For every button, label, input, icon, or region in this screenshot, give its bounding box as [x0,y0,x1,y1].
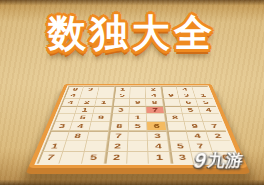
cell-r8c7[interactable]: 5 [169,141,192,152]
cell-r4c4[interactable]: 3 [111,106,129,114]
cell-r5c5[interactable]: 1 [129,114,148,122]
cell-r4c7[interactable] [164,106,183,114]
cell-r7c2[interactable]: 8 [67,131,90,141]
cell-r8c2[interactable] [63,141,87,152]
cell-r2c3[interactable] [97,92,114,99]
cell-r3c6[interactable]: 8 [146,99,164,106]
cell-r6c3[interactable] [89,122,110,131]
cell-r3c2[interactable]: 2 [78,99,97,106]
cell-r9c9[interactable]: 6 [213,152,239,164]
cell-r6c7[interactable] [166,122,187,131]
cell-r9c3[interactable]: 5 [82,152,106,164]
cell-r7c4[interactable]: 7 [107,131,128,141]
cell-r3c5[interactable]: 9 [129,99,146,106]
cell-r3c4[interactable] [112,99,130,106]
app-background: 数独大全 83124454931421986513754591834856978… [0,0,264,185]
cell-r8c4[interactable]: 2 [106,141,128,152]
cell-r4c6[interactable]: 7 [147,106,165,114]
cell-r2c7[interactable]: 9 [162,92,179,99]
cell-r4c2[interactable]: 1 [75,106,95,114]
cell-r4c5[interactable] [129,106,147,114]
cell-r5c7[interactable]: 8 [165,114,185,122]
cell-r9c6[interactable]: 1 [149,152,172,164]
cell-r5c9[interactable] [201,114,222,122]
cell-r3c9[interactable]: 5 [196,99,215,106]
cell-r3c3[interactable]: 1 [95,99,113,106]
cell-r6c9[interactable]: 7 [203,122,225,131]
cell-r2c9[interactable]: 1 [194,92,213,99]
cell-r5c6[interactable] [147,114,166,122]
cell-r5c2[interactable]: 5 [73,114,94,122]
cell-r2c2[interactable] [80,92,98,99]
cell-r2c4[interactable]: 5 [113,92,130,99]
sudoku-board[interactable]: 8312445493142198651375459183485697873421… [28,84,248,168]
cell-r7c6[interactable]: 3 [148,131,169,141]
cell-r6c5[interactable]: 5 [128,122,148,131]
cell-r8c5[interactable] [127,141,148,152]
cell-r6c6[interactable]: 6 [147,122,167,131]
cell-r8c3[interactable] [84,141,107,152]
board-scene: 8312445493142198651375459183485697873421… [28,0,248,168]
cell-r4c3[interactable] [93,106,112,114]
cell-r7c3[interactable] [87,131,109,141]
cell-r2c6[interactable]: 4 [146,92,163,99]
cell-r5c3[interactable]: 9 [91,114,111,122]
cell-r4c9[interactable]: 4 [198,106,218,114]
cell-r6c4[interactable]: 8 [109,122,129,131]
cell-r9c4[interactable]: 2 [104,152,127,164]
cell-r2c5[interactable] [130,92,147,99]
cell-r7c7[interactable] [167,131,189,141]
cell-r6c2[interactable]: 4 [70,122,92,131]
cell-r3c7[interactable] [163,99,181,106]
cell-r8c9[interactable] [209,141,234,152]
cell-r8c6[interactable]: 4 [148,141,170,152]
cell-r9c5[interactable] [127,152,149,164]
cell-r9c2[interactable] [59,152,84,164]
cell-r7c9[interactable]: 2 [206,131,230,141]
cell-r9c7[interactable]: 3 [170,152,194,164]
cell-r7c5[interactable] [128,131,148,141]
cell-r5c4[interactable] [110,114,129,122]
